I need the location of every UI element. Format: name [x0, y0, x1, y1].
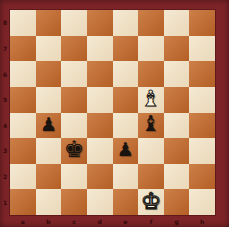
- square-d3[interactable]: [87, 138, 113, 164]
- rank-label-2: 2: [0, 164, 10, 190]
- square-d4[interactable]: [87, 113, 113, 139]
- square-f1[interactable]: ♚: [138, 189, 164, 215]
- square-c6[interactable]: [61, 61, 87, 87]
- file-labels: abcdefgh: [10, 215, 215, 227]
- square-e4[interactable]: [113, 113, 139, 139]
- square-c7[interactable]: [61, 36, 87, 62]
- square-d6[interactable]: [87, 61, 113, 87]
- square-f7[interactable]: [138, 36, 164, 62]
- square-h8[interactable]: [189, 10, 215, 36]
- square-g7[interactable]: [164, 36, 190, 62]
- rank-label-7: 7: [0, 36, 10, 62]
- rank-labels: 87654321: [0, 10, 10, 215]
- square-d1[interactable]: [87, 189, 113, 215]
- square-a5[interactable]: [10, 87, 36, 113]
- square-a7[interactable]: [10, 36, 36, 62]
- black-king[interactable]: ♚: [64, 138, 85, 161]
- square-c4[interactable]: [61, 113, 87, 139]
- square-a8[interactable]: [10, 10, 36, 36]
- square-d7[interactable]: [87, 36, 113, 62]
- square-e3[interactable]: ♟: [113, 138, 139, 164]
- square-g2[interactable]: [164, 164, 190, 190]
- square-g5[interactable]: [164, 87, 190, 113]
- square-h5[interactable]: [189, 87, 215, 113]
- square-b2[interactable]: [36, 164, 62, 190]
- square-f2[interactable]: [138, 164, 164, 190]
- square-d5[interactable]: [87, 87, 113, 113]
- square-e8[interactable]: [113, 10, 139, 36]
- chess-board-frame: 87654321 ♝♟♝♚♟♚ abcdefgh: [0, 0, 229, 227]
- square-b7[interactable]: [36, 36, 62, 62]
- rank-label-3: 3: [0, 138, 10, 164]
- square-c2[interactable]: [61, 164, 87, 190]
- square-h2[interactable]: [189, 164, 215, 190]
- square-b6[interactable]: [36, 61, 62, 87]
- square-e2[interactable]: [113, 164, 139, 190]
- square-h6[interactable]: [189, 61, 215, 87]
- square-b4[interactable]: ♟: [36, 113, 62, 139]
- square-a1[interactable]: [10, 189, 36, 215]
- black-pawn[interactable]: ♟: [40, 115, 57, 134]
- square-f3[interactable]: [138, 138, 164, 164]
- black-bishop[interactable]: ♝: [141, 113, 161, 135]
- square-a4[interactable]: [10, 113, 36, 139]
- file-label-a: a: [10, 215, 36, 227]
- rank-label-5: 5: [0, 87, 10, 113]
- square-d8[interactable]: [87, 10, 113, 36]
- square-g3[interactable]: [164, 138, 190, 164]
- file-label-e: e: [113, 215, 139, 227]
- black-pawn[interactable]: ♟: [117, 140, 134, 159]
- file-label-h: h: [189, 215, 215, 227]
- square-b5[interactable]: [36, 87, 62, 113]
- rank-label-4: 4: [0, 113, 10, 139]
- square-b8[interactable]: [36, 10, 62, 36]
- file-label-c: c: [61, 215, 87, 227]
- rank-label-8: 8: [0, 10, 10, 36]
- rank-label-1: 1: [0, 189, 10, 215]
- square-g4[interactable]: [164, 113, 190, 139]
- square-h7[interactable]: [189, 36, 215, 62]
- square-a6[interactable]: [10, 61, 36, 87]
- square-g6[interactable]: [164, 61, 190, 87]
- square-d2[interactable]: [87, 164, 113, 190]
- square-a3[interactable]: [10, 138, 36, 164]
- square-b1[interactable]: [36, 189, 62, 215]
- square-h1[interactable]: [189, 189, 215, 215]
- square-g8[interactable]: [164, 10, 190, 36]
- square-e1[interactable]: [113, 189, 139, 215]
- file-label-f: f: [138, 215, 164, 227]
- square-g1[interactable]: [164, 189, 190, 215]
- square-b3[interactable]: [36, 138, 62, 164]
- square-c8[interactable]: [61, 10, 87, 36]
- square-f6[interactable]: [138, 61, 164, 87]
- square-h3[interactable]: [189, 138, 215, 164]
- chess-board: ♝♟♝♚♟♚: [10, 10, 215, 215]
- square-e7[interactable]: [113, 36, 139, 62]
- square-a2[interactable]: [10, 164, 36, 190]
- white-king[interactable]: ♚: [141, 190, 162, 213]
- square-f5[interactable]: ♝: [138, 87, 164, 113]
- file-label-b: b: [36, 215, 62, 227]
- square-c5[interactable]: [61, 87, 87, 113]
- file-label-d: d: [87, 215, 113, 227]
- square-e5[interactable]: [113, 87, 139, 113]
- square-f8[interactable]: [138, 10, 164, 36]
- square-c3[interactable]: ♚: [61, 138, 87, 164]
- square-e6[interactable]: [113, 61, 139, 87]
- square-f4[interactable]: ♝: [138, 113, 164, 139]
- white-bishop[interactable]: ♝: [141, 88, 161, 110]
- square-h4[interactable]: [189, 113, 215, 139]
- square-c1[interactable]: [61, 189, 87, 215]
- file-label-g: g: [164, 215, 190, 227]
- rank-label-6: 6: [0, 61, 10, 87]
